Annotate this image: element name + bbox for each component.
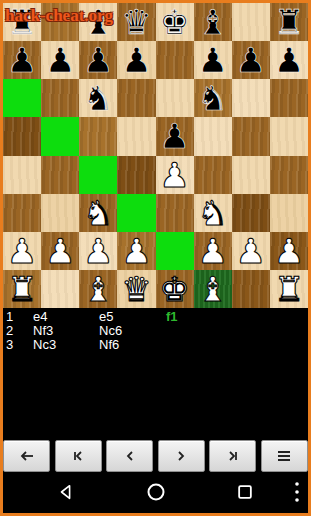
recents-square-icon[interactable]	[236, 483, 254, 505]
home-circle-icon[interactable]	[146, 482, 166, 506]
square-f3[interactable]: ♞	[194, 194, 232, 232]
square-e2[interactable]	[156, 232, 194, 270]
piece-white-knight: ♞	[197, 194, 227, 232]
square-b7[interactable]: ♟	[41, 41, 79, 79]
piece-white-bishop: ♝	[83, 270, 113, 308]
square-b6[interactable]	[41, 79, 79, 117]
piece-black-king: ♚	[159, 3, 189, 41]
back-arrow-icon	[17, 448, 37, 464]
square-b5[interactable]	[41, 117, 79, 155]
square-g5[interactable]	[232, 117, 270, 155]
square-a7[interactable]: ♟	[3, 41, 41, 79]
square-e4[interactable]: ♟	[156, 156, 194, 194]
square-a2[interactable]: ♟	[3, 232, 41, 270]
piece-white-pawn: ♟	[159, 156, 189, 194]
watermark: hack-cheat.org	[5, 6, 113, 26]
square-c4[interactable]	[79, 156, 117, 194]
square-c1[interactable]: ♝	[79, 270, 117, 308]
square-e1[interactable]: ♚	[156, 270, 194, 308]
selected-square-label: f1	[166, 310, 308, 324]
move-black: Nc6	[99, 324, 166, 338]
square-a5[interactable]	[3, 117, 41, 155]
square-a4[interactable]	[3, 156, 41, 194]
move-number: 2	[6, 324, 33, 338]
square-g4[interactable]	[232, 156, 270, 194]
square-d6[interactable]	[117, 79, 155, 117]
piece-white-pawn: ♟	[83, 232, 113, 270]
square-c3[interactable]: ♞	[79, 194, 117, 232]
piece-black-pawn: ♟	[45, 41, 75, 79]
last-move-button[interactable]	[209, 440, 256, 472]
piece-white-queen: ♛	[121, 270, 151, 308]
square-d5[interactable]	[117, 117, 155, 155]
square-g8[interactable]	[232, 3, 270, 41]
chess-board: ♜♝♛♚♝♜♟♟♟♟♟♟♟♞♞♟♟♞♞♟♟♟♟♟♟♟♜♝♛♚♝♜	[3, 3, 308, 308]
move-white: e4	[33, 310, 99, 324]
move-white: Nf3	[33, 324, 99, 338]
square-g2[interactable]: ♟	[232, 232, 270, 270]
square-f6[interactable]: ♞	[194, 79, 232, 117]
next-move-button[interactable]	[158, 440, 205, 472]
square-f2[interactable]: ♟	[194, 232, 232, 270]
piece-white-bishop: ♝	[197, 270, 227, 308]
selected-square-label	[166, 324, 308, 338]
skip-to-end-icon	[223, 448, 243, 464]
selected-square-label	[166, 338, 308, 352]
square-e8[interactable]: ♚	[156, 3, 194, 41]
square-b3[interactable]	[41, 194, 79, 232]
piece-black-pawn: ♟	[121, 41, 151, 79]
square-h4[interactable]	[270, 156, 308, 194]
square-c7[interactable]: ♟	[79, 41, 117, 79]
square-e3[interactable]	[156, 194, 194, 232]
move-row[interactable]: 2Nf3Nc6	[3, 324, 308, 338]
square-c6[interactable]: ♞	[79, 79, 117, 117]
square-h6[interactable]	[270, 79, 308, 117]
square-f1[interactable]: ♝	[194, 270, 232, 308]
move-black: e5	[99, 310, 166, 324]
phone-screen: hack-cheat.org ♜♝♛♚♝♜♟♟♟♟♟♟♟♞♞♟♟♞♞♟♟♟♟♟♟…	[0, 0, 311, 516]
move-white: Nc3	[33, 338, 99, 352]
square-g1[interactable]	[232, 270, 270, 308]
piece-black-rook: ♜	[274, 3, 304, 41]
square-a3[interactable]	[3, 194, 41, 232]
square-d3[interactable]	[117, 194, 155, 232]
piece-white-rook: ♜	[274, 270, 304, 308]
piece-black-pawn: ♟	[159, 117, 189, 155]
square-g3[interactable]	[232, 194, 270, 232]
overflow-dots-icon[interactable]	[294, 481, 300, 507]
piece-white-pawn: ♟	[7, 232, 37, 270]
back-triangle-icon[interactable]	[57, 483, 75, 505]
piece-black-pawn: ♟	[197, 41, 227, 79]
square-h3[interactable]	[270, 194, 308, 232]
square-d1[interactable]: ♛	[117, 270, 155, 308]
piece-black-pawn: ♟	[274, 41, 304, 79]
piece-white-pawn: ♟	[45, 232, 75, 270]
square-h8[interactable]: ♜	[270, 3, 308, 41]
square-c2[interactable]: ♟	[79, 232, 117, 270]
takeback-button[interactable]	[3, 440, 50, 472]
square-f7[interactable]: ♟	[194, 41, 232, 79]
square-h2[interactable]: ♟	[270, 232, 308, 270]
hamburger-icon	[274, 448, 294, 464]
move-number: 1	[6, 310, 33, 324]
square-f5[interactable]	[194, 117, 232, 155]
square-f8[interactable]: ♝	[194, 3, 232, 41]
square-a1[interactable]: ♜	[3, 270, 41, 308]
square-g7[interactable]: ♟	[232, 41, 270, 79]
piece-white-king: ♚	[159, 270, 189, 308]
square-c5[interactable]	[79, 117, 117, 155]
piece-white-pawn: ♟	[121, 232, 151, 270]
piece-white-pawn: ♟	[236, 232, 266, 270]
square-e6[interactable]	[156, 79, 194, 117]
menu-button[interactable]	[261, 440, 308, 472]
android-navbar	[3, 472, 308, 515]
piece-white-knight: ♞	[83, 194, 113, 232]
move-row[interactable]: 1e4e5f1	[3, 310, 308, 324]
skip-to-start-icon	[68, 448, 88, 464]
piece-black-pawn: ♟	[7, 41, 37, 79]
previous-move-button[interactable]	[106, 440, 153, 472]
square-h7[interactable]: ♟	[270, 41, 308, 79]
square-d4[interactable]	[117, 156, 155, 194]
game-toolbar	[3, 439, 308, 472]
piece-black-queen: ♛	[121, 3, 151, 41]
piece-white-pawn: ♟	[274, 232, 304, 270]
square-g6[interactable]	[232, 79, 270, 117]
move-row[interactable]: 3Nc3Nf6	[3, 338, 308, 352]
square-d7[interactable]: ♟	[117, 41, 155, 79]
square-h5[interactable]	[270, 117, 308, 155]
square-f4[interactable]	[194, 156, 232, 194]
square-b2[interactable]: ♟	[41, 232, 79, 270]
move-black: Nf6	[99, 338, 166, 352]
piece-white-rook: ♜	[7, 270, 37, 308]
piece-black-pawn: ♟	[236, 41, 266, 79]
square-e7[interactable]	[156, 41, 194, 79]
piece-black-bishop: ♝	[197, 3, 227, 41]
chevron-right-icon	[171, 448, 191, 464]
move-list-panel: 1e4e5f12Nf3Nc63Nc3Nf6	[3, 308, 308, 439]
square-d8[interactable]: ♛	[117, 3, 155, 41]
square-b1[interactable]	[41, 270, 79, 308]
square-a6[interactable]	[3, 79, 41, 117]
square-d2[interactable]: ♟	[117, 232, 155, 270]
move-number: 3	[6, 338, 33, 352]
piece-black-knight: ♞	[83, 79, 113, 117]
piece-white-pawn: ♟	[197, 232, 227, 270]
first-move-button[interactable]	[55, 440, 102, 472]
square-b4[interactable]	[41, 156, 79, 194]
chevron-left-icon	[120, 448, 140, 464]
piece-black-pawn: ♟	[83, 41, 113, 79]
square-e5[interactable]: ♟	[156, 117, 194, 155]
square-h1[interactable]: ♜	[270, 270, 308, 308]
piece-black-knight: ♞	[197, 79, 227, 117]
